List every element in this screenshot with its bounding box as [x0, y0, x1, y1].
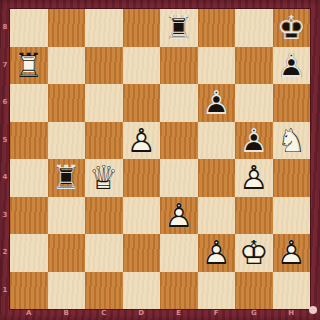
white-pawn [235, 159, 273, 197]
square-a4[interactable] [10, 159, 48, 197]
square-f5[interactable] [198, 122, 236, 160]
square-h8[interactable] [273, 9, 311, 47]
square-e2[interactable] [160, 234, 198, 272]
square-a8[interactable] [10, 9, 48, 47]
white-pawn [160, 197, 198, 235]
square-c3[interactable] [85, 197, 123, 235]
square-d2[interactable] [123, 234, 161, 272]
square-g6[interactable] [235, 84, 273, 122]
square-c6[interactable] [85, 84, 123, 122]
square-b7[interactable] [48, 47, 86, 85]
square-e1[interactable] [160, 272, 198, 310]
square-g5[interactable] [235, 122, 273, 160]
rank-label-3: 3 [0, 197, 10, 235]
file-label-f: F [198, 308, 236, 320]
white-queen [85, 159, 123, 197]
square-a5[interactable] [10, 122, 48, 160]
square-h3[interactable] [273, 197, 311, 235]
file-label-h: H [273, 308, 311, 320]
rank-label-2: 2 [0, 234, 10, 272]
square-b6[interactable] [48, 84, 86, 122]
square-e4[interactable] [160, 159, 198, 197]
rank-label-8: 8 [0, 9, 10, 47]
rank-label-1: 1 [0, 272, 10, 310]
square-c8[interactable] [85, 9, 123, 47]
file-label-c: C [85, 308, 123, 320]
square-b3[interactable] [48, 197, 86, 235]
white-to-move-indicator [309, 306, 317, 314]
file-label-e: E [160, 308, 198, 320]
file-label-g: G [235, 308, 273, 320]
square-g8[interactable] [235, 9, 273, 47]
square-a7[interactable] [10, 47, 48, 85]
square-f3[interactable] [198, 197, 236, 235]
square-c4[interactable] [85, 159, 123, 197]
square-b8[interactable] [48, 9, 86, 47]
chess-board [10, 9, 310, 309]
white-pawn [123, 122, 161, 160]
square-d5[interactable] [123, 122, 161, 160]
square-g7[interactable] [235, 47, 273, 85]
square-a2[interactable] [10, 234, 48, 272]
black-rook [160, 9, 198, 47]
chess-board-frame: 87654321 ABCDEFGH [0, 0, 320, 320]
square-e6[interactable] [160, 84, 198, 122]
square-d6[interactable] [123, 84, 161, 122]
square-g3[interactable] [235, 197, 273, 235]
file-label-b: B [48, 308, 86, 320]
square-f1[interactable] [198, 272, 236, 310]
rank-label-6: 6 [0, 84, 10, 122]
square-e5[interactable] [160, 122, 198, 160]
square-a3[interactable] [10, 197, 48, 235]
square-c5[interactable] [85, 122, 123, 160]
square-h2[interactable] [273, 234, 311, 272]
black-pawn [273, 47, 311, 85]
white-knight [273, 122, 311, 160]
square-b5[interactable] [48, 122, 86, 160]
square-b4[interactable] [48, 159, 86, 197]
black-rook [48, 159, 86, 197]
square-e7[interactable] [160, 47, 198, 85]
square-f8[interactable] [198, 9, 236, 47]
square-d8[interactable] [123, 9, 161, 47]
white-pawn [273, 234, 311, 272]
square-h6[interactable] [273, 84, 311, 122]
square-f2[interactable] [198, 234, 236, 272]
rank-label-4: 4 [0, 159, 10, 197]
square-h1[interactable] [273, 272, 311, 310]
black-pawn [235, 122, 273, 160]
square-c7[interactable] [85, 47, 123, 85]
square-c1[interactable] [85, 272, 123, 310]
rank-label-5: 5 [0, 122, 10, 160]
rank-label-7: 7 [0, 47, 10, 85]
square-f6[interactable] [198, 84, 236, 122]
square-h7[interactable] [273, 47, 311, 85]
square-h5[interactable] [273, 122, 311, 160]
square-d1[interactable] [123, 272, 161, 310]
square-b1[interactable] [48, 272, 86, 310]
white-king [235, 234, 273, 272]
black-pawn [198, 84, 236, 122]
square-g4[interactable] [235, 159, 273, 197]
file-label-a: A [10, 308, 48, 320]
square-a6[interactable] [10, 84, 48, 122]
square-g2[interactable] [235, 234, 273, 272]
square-f4[interactable] [198, 159, 236, 197]
square-b2[interactable] [48, 234, 86, 272]
square-e3[interactable] [160, 197, 198, 235]
white-pawn [198, 234, 236, 272]
square-c2[interactable] [85, 234, 123, 272]
square-d4[interactable] [123, 159, 161, 197]
square-d3[interactable] [123, 197, 161, 235]
white-rook [10, 47, 48, 85]
black-king [273, 9, 311, 47]
square-h4[interactable] [273, 159, 311, 197]
file-label-d: D [123, 308, 161, 320]
square-a1[interactable] [10, 272, 48, 310]
square-d7[interactable] [123, 47, 161, 85]
square-g1[interactable] [235, 272, 273, 310]
square-f7[interactable] [198, 47, 236, 85]
square-e8[interactable] [160, 9, 198, 47]
